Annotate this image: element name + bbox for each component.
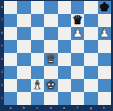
square-h1[interactable] xyxy=(98,92,111,105)
file-label-h: h xyxy=(98,106,111,111)
square-a1[interactable] xyxy=(4,92,17,105)
square-c3[interactable] xyxy=(31,66,44,79)
square-f4[interactable] xyxy=(71,53,84,66)
square-a3[interactable] xyxy=(4,66,17,79)
square-a7[interactable] xyxy=(4,14,17,27)
rank-label-8: 8 xyxy=(0,6,4,9)
square-a4[interactable] xyxy=(4,53,17,66)
square-b4[interactable] xyxy=(17,53,30,66)
white-bishop[interactable]: ♝ xyxy=(32,79,43,92)
square-g5[interactable] xyxy=(84,40,97,53)
square-c8[interactable] xyxy=(31,1,44,14)
square-f6[interactable]: ♟ xyxy=(71,27,84,40)
square-e7[interactable] xyxy=(58,14,71,27)
square-e6[interactable] xyxy=(58,27,71,40)
file-label-b: b xyxy=(17,106,30,111)
square-d4[interactable]: ♛ xyxy=(44,53,57,66)
square-g6[interactable] xyxy=(84,27,97,40)
square-f3[interactable] xyxy=(71,66,84,79)
black-queen[interactable]: ♛ xyxy=(72,14,83,27)
square-h7[interactable] xyxy=(98,14,111,27)
square-e1[interactable] xyxy=(58,92,71,105)
black-king[interactable]: ♚ xyxy=(99,1,110,14)
square-a6[interactable] xyxy=(4,27,17,40)
square-c4[interactable] xyxy=(31,53,44,66)
white-pawn[interactable]: ♟ xyxy=(99,27,110,40)
square-e3[interactable] xyxy=(58,66,71,79)
square-b2[interactable] xyxy=(17,79,30,92)
white-pawn[interactable]: ♟ xyxy=(72,27,83,40)
square-a8[interactable] xyxy=(4,1,17,14)
square-d2[interactable]: ♚ xyxy=(44,79,57,92)
square-d6[interactable] xyxy=(44,27,57,40)
square-b8[interactable] xyxy=(17,1,30,14)
square-g2[interactable] xyxy=(84,79,97,92)
rank-label-3: 3 xyxy=(0,71,4,74)
white-king[interactable]: ♚ xyxy=(45,79,56,92)
rank-label-7: 7 xyxy=(0,19,4,22)
square-b1[interactable] xyxy=(17,92,30,105)
square-d3[interactable] xyxy=(44,66,57,79)
square-c1[interactable] xyxy=(31,92,44,105)
square-h6[interactable]: ♟ xyxy=(98,27,111,40)
file-label-g: g xyxy=(84,106,97,111)
square-c7[interactable] xyxy=(31,14,44,27)
file-label-d: d xyxy=(44,106,57,111)
chess-board: ♚♛♟♟♛♝♚ xyxy=(4,1,111,105)
square-f1[interactable] xyxy=(71,92,84,105)
white-queen[interactable]: ♛ xyxy=(45,53,56,66)
square-e5[interactable] xyxy=(58,40,71,53)
square-f5[interactable] xyxy=(71,40,84,53)
square-d7[interactable] xyxy=(44,14,57,27)
square-g3[interactable] xyxy=(84,66,97,79)
square-d1[interactable] xyxy=(44,92,57,105)
square-b5[interactable] xyxy=(17,40,30,53)
square-h5[interactable] xyxy=(98,40,111,53)
square-b7[interactable] xyxy=(17,14,30,27)
square-e2[interactable] xyxy=(58,79,71,92)
rank-label-6: 6 xyxy=(0,32,4,35)
file-label-f: f xyxy=(71,106,84,111)
square-a2[interactable] xyxy=(4,79,17,92)
chess-board-frame: ♚♛♟♟♛♝♚ 87654321abcdefgh xyxy=(0,0,113,111)
file-label-a: a xyxy=(4,106,17,111)
rank-label-1: 1 xyxy=(0,97,4,100)
rank-label-5: 5 xyxy=(0,45,4,48)
square-c2[interactable]: ♝ xyxy=(31,79,44,92)
square-c5[interactable] xyxy=(31,40,44,53)
square-b6[interactable] xyxy=(17,27,30,40)
square-b3[interactable] xyxy=(17,66,30,79)
square-c6[interactable] xyxy=(31,27,44,40)
square-h4[interactable] xyxy=(98,53,111,66)
square-h3[interactable] xyxy=(98,66,111,79)
square-f7[interactable]: ♛ xyxy=(71,14,84,27)
square-g4[interactable] xyxy=(84,53,97,66)
square-h2[interactable] xyxy=(98,79,111,92)
rank-label-2: 2 xyxy=(0,84,4,87)
square-g1[interactable] xyxy=(84,92,97,105)
square-e4[interactable] xyxy=(58,53,71,66)
file-label-c: c xyxy=(31,106,44,111)
square-d5[interactable] xyxy=(44,40,57,53)
rank-label-4: 4 xyxy=(0,58,4,61)
square-a5[interactable] xyxy=(4,40,17,53)
square-f8[interactable] xyxy=(71,1,84,14)
square-e8[interactable] xyxy=(58,1,71,14)
square-g7[interactable] xyxy=(84,14,97,27)
square-d8[interactable] xyxy=(44,1,57,14)
square-f2[interactable] xyxy=(71,79,84,92)
square-g8[interactable] xyxy=(84,1,97,14)
square-h8[interactable]: ♚ xyxy=(98,1,111,14)
file-label-e: e xyxy=(58,106,71,111)
